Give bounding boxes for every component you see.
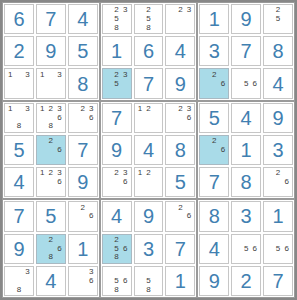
cell-r6c1[interactable]: 4: [4, 167, 34, 197]
cell-r7c9[interactable]: 1: [263, 201, 293, 231]
cell-r2c5[interactable]: 6: [134, 36, 164, 66]
cell-r7c1[interactable]: 7: [4, 201, 34, 231]
cell-value: 7: [13, 206, 24, 226]
cell-r2c8[interactable]: 7: [231, 36, 261, 66]
pencil-mark-2: 2: [210, 137, 219, 146]
cell-r3c8[interactable]: 56: [231, 68, 261, 98]
cell-r8c7[interactable]: 4: [199, 234, 229, 264]
cell-value: 6: [143, 41, 154, 61]
cell-r9c4[interactable]: 568: [102, 266, 132, 296]
cell-r7c2[interactable]: 5: [36, 201, 66, 231]
cell-r1c1[interactable]: 6: [4, 4, 34, 34]
pencil-marks: 56: [264, 235, 292, 263]
cell-r5c7[interactable]: 26: [199, 135, 229, 165]
pencil-mark-3: 3: [121, 70, 130, 79]
pencil-mark-8: 8: [15, 122, 24, 131]
cell-value: 9: [77, 172, 88, 192]
cell-value: 8: [241, 172, 252, 192]
cell-value: 7: [77, 140, 88, 160]
pencil-mark-6: 6: [87, 113, 96, 122]
pencil-mark-8: 8: [112, 23, 121, 32]
cell-r3c6[interactable]: 9: [165, 68, 195, 98]
cell-r5c2[interactable]: 26: [36, 135, 66, 165]
cell-value: 7: [241, 41, 252, 61]
pencil-marks: 13: [37, 69, 65, 97]
cell-r6c8[interactable]: 8: [231, 167, 261, 197]
cell-r8c4[interactable]: 2568: [102, 234, 132, 264]
pencil-marks: 58: [135, 267, 163, 295]
cell-value: 5: [13, 140, 24, 160]
cell-r3c2[interactable]: 13: [36, 68, 66, 98]
pencil-marks: 2358: [103, 5, 131, 33]
pencil-mark-6: 6: [185, 113, 194, 122]
cell-value: 4: [175, 41, 186, 61]
cell-r5c4[interactable]: 9: [102, 135, 132, 165]
cell-r9c5[interactable]: 58: [134, 266, 164, 296]
cell-r2c1[interactable]: 2: [4, 36, 34, 66]
pencil-mark-1: 1: [38, 105, 47, 114]
cell-value: 8: [77, 74, 88, 94]
cell-value: 5: [209, 108, 220, 128]
cell-r8c2[interactable]: 268: [36, 234, 66, 264]
pencil-mark-6: 6: [282, 244, 291, 253]
cell-value: 7: [143, 74, 154, 94]
cell-value: 9: [175, 74, 186, 94]
pencil-mark-8: 8: [144, 23, 153, 32]
pencil-marks: 236: [166, 104, 194, 132]
pencil-mark-2: 2: [112, 236, 121, 245]
pencil-mark-6: 6: [250, 244, 259, 253]
cell-r3c3[interactable]: 8: [68, 68, 98, 98]
cell-r8c6[interactable]: 7: [165, 234, 195, 264]
pencil-marks: 268: [37, 235, 65, 263]
pencil-mark-6: 6: [219, 146, 228, 155]
cell-r4c3[interactable]: 236: [68, 103, 98, 133]
cell-value: 2: [13, 41, 24, 61]
cell-value: 8: [272, 41, 283, 61]
cell-r6c9[interactable]: 26: [263, 167, 293, 197]
cell-r7c3[interactable]: 26: [68, 201, 98, 231]
cell-r2c7[interactable]: 3: [199, 36, 229, 66]
cell-r8c8[interactable]: 56: [231, 234, 261, 264]
cell-r6c5[interactable]: 12: [134, 167, 164, 197]
pencil-mark-2: 2: [210, 70, 219, 79]
pencil-mark-6: 6: [121, 178, 130, 187]
cell-r1c6[interactable]: 23: [165, 4, 195, 34]
cell-r2c6[interactable]: 4: [165, 36, 195, 66]
pencil-marks: 36: [69, 267, 97, 295]
cell-r5c1[interactable]: 5: [4, 135, 34, 165]
cell-r3c9[interactable]: 4: [263, 68, 293, 98]
pencil-mark-5: 5: [144, 277, 153, 286]
pencil-mark-8: 8: [144, 285, 153, 294]
cell-r1c8[interactable]: 9: [231, 4, 261, 34]
pencil-mark-5: 5: [112, 79, 121, 88]
cell-r8c5[interactable]: 3: [134, 234, 164, 264]
pencil-mark-2: 2: [112, 70, 121, 79]
pencil-marks: 2568: [103, 235, 131, 263]
pencil-mark-3: 3: [185, 6, 194, 15]
cell-value: 9: [45, 41, 56, 61]
cell-r2c9[interactable]: 8: [263, 36, 293, 66]
cell-value: 7: [45, 9, 56, 29]
pencil-mark-2: 2: [78, 105, 87, 114]
pencil-marks: 56: [232, 235, 260, 263]
cell-r5c5[interactable]: 4: [134, 135, 164, 165]
pencil-mark-6: 6: [55, 244, 64, 253]
cell-r6c3[interactable]: 9: [68, 167, 98, 197]
box-1-1: 67429513138: [2, 2, 100, 101]
cell-value: 7: [175, 239, 186, 259]
cell-r8c3[interactable]: 1: [68, 234, 98, 264]
pencil-marks: 23: [166, 5, 194, 33]
cell-r7c4[interactable]: 4: [102, 201, 132, 231]
pencil-mark-2: 2: [176, 6, 185, 15]
pencil-mark-5: 5: [242, 244, 251, 253]
pencil-mark-6: 6: [87, 277, 96, 286]
pencil-marks: 26: [69, 202, 97, 230]
cell-r8c1[interactable]: 9: [4, 234, 34, 264]
pencil-mark-1: 1: [38, 70, 47, 79]
cell-value: 4: [77, 9, 88, 29]
pencil-mark-2: 2: [144, 105, 153, 114]
pencil-mark-6: 6: [55, 178, 64, 187]
cell-r4c7[interactable]: 5: [199, 103, 229, 133]
box-2-1: 138123682365267412369: [2, 101, 100, 200]
pencil-mark-5: 5: [274, 244, 283, 253]
pencil-mark-6: 6: [185, 212, 194, 221]
cell-value: 3: [241, 206, 252, 226]
cell-value: 8: [209, 206, 220, 226]
box-1-3: 192537826564: [197, 2, 295, 101]
box-2-3: 54926137826: [197, 101, 295, 200]
cell-r2c3[interactable]: 5: [68, 36, 98, 66]
sudoku-board: 6742951313823582582316423579192537826564…: [0, 0, 297, 300]
cell-r1c3[interactable]: 4: [68, 4, 98, 34]
pencil-mark-6: 6: [55, 146, 64, 155]
pencil-marks: 236: [69, 104, 97, 132]
pencil-mark-1: 1: [6, 105, 15, 114]
pencil-marks: 26: [264, 168, 292, 196]
cell-r1c7[interactable]: 1: [199, 4, 229, 34]
pencil-mark-8: 8: [47, 122, 56, 131]
pencil-mark-2: 2: [78, 203, 87, 212]
cell-r8c9[interactable]: 56: [263, 234, 293, 264]
cell-r9c1[interactable]: 38: [4, 266, 34, 296]
cell-r4c1[interactable]: 138: [4, 103, 34, 133]
cell-value: 9: [272, 108, 283, 128]
pencil-mark-8: 8: [112, 253, 121, 262]
cell-value: 4: [143, 140, 154, 160]
cell-value: 2: [241, 271, 252, 291]
pencil-mark-5: 5: [112, 277, 121, 286]
cell-r5c8[interactable]: 1: [231, 135, 261, 165]
cell-value: 5: [175, 172, 186, 192]
pencil-mark-1: 1: [136, 169, 145, 178]
pencil-mark-2: 2: [47, 137, 56, 146]
box-2-2: 712236948236125: [100, 101, 198, 200]
cell-value: 8: [175, 140, 186, 160]
pencil-mark-2: 2: [176, 203, 185, 212]
pencil-marks: 26: [200, 69, 228, 97]
pencil-mark-3: 3: [55, 70, 64, 79]
cell-r2c4[interactable]: 1: [102, 36, 132, 66]
pencil-marks: 38: [5, 267, 33, 295]
cell-r6c6[interactable]: 5: [165, 167, 195, 197]
cell-value: 9: [143, 206, 154, 226]
pencil-mark-3: 3: [121, 6, 130, 15]
pencil-marks: 258: [135, 5, 163, 33]
cell-value: 5: [77, 41, 88, 61]
cell-r3c5[interactable]: 7: [134, 68, 164, 98]
pencil-mark-6: 6: [282, 178, 291, 187]
box-3-3: 83145656927: [197, 199, 295, 298]
pencil-mark-1: 1: [136, 105, 145, 114]
pencil-mark-3: 3: [23, 268, 32, 277]
cell-value: 7: [209, 172, 220, 192]
pencil-mark-2: 2: [47, 236, 56, 245]
cell-value: 9: [241, 9, 252, 29]
cell-r7c6[interactable]: 26: [165, 201, 195, 231]
cell-value: 4: [209, 239, 220, 259]
cell-r9c3[interactable]: 36: [68, 266, 98, 296]
cell-value: 1: [272, 206, 283, 226]
pencil-mark-5: 5: [242, 79, 251, 88]
pencil-mark-6: 6: [250, 79, 259, 88]
cell-r3c4[interactable]: 235: [102, 68, 132, 98]
pencil-mark-2: 2: [47, 169, 56, 178]
pencil-marks: 236: [103, 168, 131, 196]
cell-value: 1: [241, 140, 252, 160]
cell-value: 3: [272, 140, 283, 160]
cell-value: 9: [13, 239, 24, 259]
cell-r5c9[interactable]: 3: [263, 135, 293, 165]
pencil-marks: 13: [5, 69, 33, 97]
cell-r6c7[interactable]: 7: [199, 167, 229, 197]
cell-r9c7[interactable]: 9: [199, 266, 229, 296]
pencil-mark-3: 3: [23, 70, 32, 79]
cell-r9c9[interactable]: 7: [263, 266, 293, 296]
cell-r7c8[interactable]: 3: [231, 201, 261, 231]
cell-r4c4[interactable]: 7: [102, 103, 132, 133]
cell-r4c5[interactable]: 12: [134, 103, 164, 133]
box-3-2: 4926256837568581: [100, 199, 198, 298]
cell-value: 7: [272, 271, 283, 291]
cell-value: 3: [209, 41, 220, 61]
pencil-marks: 12: [135, 104, 163, 132]
cell-value: 4: [45, 271, 56, 291]
pencil-marks: 26: [166, 202, 194, 230]
cell-r7c7[interactable]: 8: [199, 201, 229, 231]
pencil-mark-8: 8: [15, 285, 24, 294]
pencil-mark-2: 2: [274, 169, 283, 178]
cell-r1c4[interactable]: 2358: [102, 4, 132, 34]
pencil-marks: 568: [103, 267, 131, 295]
pencil-marks: 12368: [37, 104, 65, 132]
cell-r1c9[interactable]: 25: [263, 4, 293, 34]
cell-value: 1: [209, 9, 220, 29]
cell-value: 4: [272, 74, 283, 94]
cell-value: 3: [143, 239, 154, 259]
cell-value: 4: [111, 206, 122, 226]
cell-r9c6[interactable]: 1: [165, 266, 195, 296]
cell-value: 9: [209, 271, 220, 291]
box-3-1: 75269268138436: [2, 199, 100, 298]
cell-r4c9[interactable]: 9: [263, 103, 293, 133]
cell-r6c2[interactable]: 1236: [36, 167, 66, 197]
pencil-marks: 12: [135, 168, 163, 196]
pencil-mark-1: 1: [6, 70, 15, 79]
cell-r4c2[interactable]: 12368: [36, 103, 66, 133]
pencil-mark-6: 6: [87, 212, 96, 221]
cell-r2c2[interactable]: 9: [36, 36, 66, 66]
pencil-marks: 26: [37, 136, 65, 164]
cell-r4c6[interactable]: 236: [165, 103, 195, 133]
pencil-mark-2: 2: [144, 169, 153, 178]
pencil-mark-2: 2: [176, 105, 185, 114]
pencil-mark-6: 6: [121, 277, 130, 286]
pencil-mark-6: 6: [219, 79, 228, 88]
cell-value: 6: [13, 9, 24, 29]
cell-value: 1: [111, 41, 122, 61]
pencil-mark-6: 6: [121, 244, 130, 253]
pencil-marks: 26: [200, 136, 228, 164]
pencil-marks: 1236: [37, 168, 65, 196]
pencil-marks: 235: [103, 69, 131, 97]
cell-r4c8[interactable]: 4: [231, 103, 261, 133]
pencil-mark-5: 5: [274, 15, 283, 24]
pencil-marks: 138: [5, 104, 33, 132]
pencil-mark-2: 2: [112, 169, 121, 178]
cell-r5c6[interactable]: 8: [165, 135, 195, 165]
cell-r1c5[interactable]: 258: [134, 4, 164, 34]
pencil-marks: 25: [264, 5, 292, 33]
cell-value: 9: [111, 140, 122, 160]
cell-r9c2[interactable]: 4: [36, 266, 66, 296]
cell-value: 1: [77, 239, 88, 259]
cell-r7c5[interactable]: 9: [134, 201, 164, 231]
cell-r1c2[interactable]: 7: [36, 4, 66, 34]
cell-r5c3[interactable]: 7: [68, 135, 98, 165]
cell-r9c8[interactable]: 2: [231, 266, 261, 296]
cell-value: 4: [13, 172, 24, 192]
pencil-mark-8: 8: [47, 253, 56, 262]
cell-value: 5: [45, 206, 56, 226]
pencil-mark-3: 3: [23, 105, 32, 114]
cell-value: 4: [241, 108, 252, 128]
cell-r3c1[interactable]: 13: [4, 68, 34, 98]
cell-r3c7[interactable]: 26: [199, 68, 229, 98]
cell-r6c4[interactable]: 236: [102, 167, 132, 197]
pencil-mark-2: 2: [47, 105, 56, 114]
pencil-mark-8: 8: [112, 285, 121, 294]
cell-value: 1: [175, 271, 186, 291]
pencil-marks: 56: [232, 69, 260, 97]
pencil-mark-6: 6: [55, 113, 64, 122]
cell-value: 7: [111, 108, 122, 128]
box-1-2: 23582582316423579: [100, 2, 198, 101]
pencil-mark-1: 1: [38, 169, 47, 178]
